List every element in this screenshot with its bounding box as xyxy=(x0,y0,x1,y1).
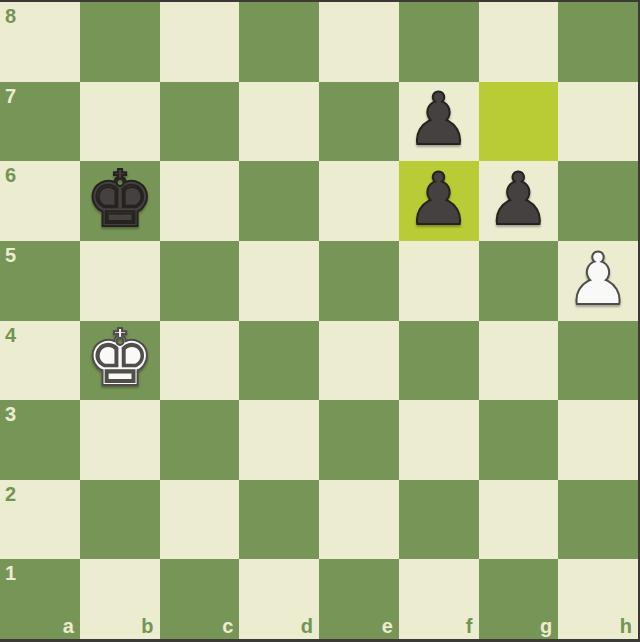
square-h8[interactable] xyxy=(558,2,638,82)
square-d4[interactable] xyxy=(239,321,319,401)
square-a7[interactable]: 7 xyxy=(0,82,80,162)
square-e1[interactable]: e xyxy=(319,559,399,639)
square-g4[interactable] xyxy=(479,321,559,401)
square-d5[interactable] xyxy=(239,241,319,321)
square-e6[interactable] xyxy=(319,161,399,241)
square-c5[interactable] xyxy=(160,241,240,321)
rank-label-8: 8 xyxy=(5,6,16,26)
square-f1[interactable]: f xyxy=(399,559,479,639)
square-d3[interactable] xyxy=(239,400,319,480)
square-a4[interactable]: 4 xyxy=(0,321,80,401)
square-f7[interactable]: ♟ xyxy=(399,82,479,162)
square-c7[interactable] xyxy=(160,82,240,162)
file-label-a: a xyxy=(63,616,74,636)
square-g6[interactable]: ♟ xyxy=(479,161,559,241)
square-h1[interactable]: h xyxy=(558,559,638,639)
square-g8[interactable] xyxy=(479,2,559,82)
square-b5[interactable] xyxy=(80,241,160,321)
file-label-h: h xyxy=(620,616,632,636)
square-d2[interactable] xyxy=(239,480,319,560)
square-a2[interactable]: 2 xyxy=(0,480,80,560)
square-e3[interactable] xyxy=(319,400,399,480)
square-e5[interactable] xyxy=(319,241,399,321)
file-label-b: b xyxy=(141,616,153,636)
file-label-d: d xyxy=(301,616,313,636)
square-a1[interactable]: 1a xyxy=(0,559,80,639)
square-b7[interactable] xyxy=(80,82,160,162)
square-d8[interactable] xyxy=(239,2,319,82)
rank-label-7: 7 xyxy=(5,86,16,106)
square-e4[interactable] xyxy=(319,321,399,401)
square-a6[interactable]: 6 xyxy=(0,161,80,241)
chess-board: 87♟6♚♟♟5♟4♚321abcdefgh xyxy=(0,2,638,639)
square-f5[interactable] xyxy=(399,241,479,321)
board-container: 87♟6♚♟♟5♟4♚321abcdefgh xyxy=(0,0,640,642)
square-h6[interactable] xyxy=(558,161,638,241)
square-f2[interactable] xyxy=(399,480,479,560)
square-c3[interactable] xyxy=(160,400,240,480)
file-label-g: g xyxy=(540,616,552,636)
black-king[interactable]: ♚ xyxy=(85,160,155,238)
rank-label-1: 1 xyxy=(5,563,16,583)
white-king[interactable]: ♚ xyxy=(85,319,155,397)
square-b2[interactable] xyxy=(80,480,160,560)
square-a8[interactable]: 8 xyxy=(0,2,80,82)
square-e2[interactable] xyxy=(319,480,399,560)
square-a5[interactable]: 5 xyxy=(0,241,80,321)
square-b3[interactable] xyxy=(80,400,160,480)
square-h2[interactable] xyxy=(558,480,638,560)
square-d6[interactable] xyxy=(239,161,319,241)
square-h4[interactable] xyxy=(558,321,638,401)
square-g1[interactable]: g xyxy=(479,559,559,639)
black-pawn[interactable]: ♟ xyxy=(486,163,551,235)
square-f8[interactable] xyxy=(399,2,479,82)
square-h5[interactable]: ♟ xyxy=(558,241,638,321)
square-c8[interactable] xyxy=(160,2,240,82)
square-g2[interactable] xyxy=(479,480,559,560)
square-c2[interactable] xyxy=(160,480,240,560)
square-f6[interactable]: ♟ xyxy=(399,161,479,241)
square-d7[interactable] xyxy=(239,82,319,162)
file-label-c: c xyxy=(222,616,233,636)
square-h7[interactable] xyxy=(558,82,638,162)
square-f4[interactable] xyxy=(399,321,479,401)
square-c4[interactable] xyxy=(160,321,240,401)
square-b4[interactable]: ♚ xyxy=(80,321,160,401)
black-pawn[interactable]: ♟ xyxy=(406,83,471,155)
square-g3[interactable] xyxy=(479,400,559,480)
square-g7[interactable] xyxy=(479,82,559,162)
square-d1[interactable]: d xyxy=(239,559,319,639)
square-e8[interactable] xyxy=(319,2,399,82)
square-b6[interactable]: ♚ xyxy=(80,161,160,241)
rank-label-3: 3 xyxy=(5,404,16,424)
square-h3[interactable] xyxy=(558,400,638,480)
square-e7[interactable] xyxy=(319,82,399,162)
rank-label-5: 5 xyxy=(5,245,16,265)
rank-label-6: 6 xyxy=(5,165,16,185)
file-label-e: e xyxy=(382,616,393,636)
square-b1[interactable]: b xyxy=(80,559,160,639)
rank-label-2: 2 xyxy=(5,484,16,504)
square-a3[interactable]: 3 xyxy=(0,400,80,480)
black-pawn[interactable]: ♟ xyxy=(406,163,471,235)
white-pawn[interactable]: ♟ xyxy=(566,243,631,315)
square-f3[interactable] xyxy=(399,400,479,480)
rank-label-4: 4 xyxy=(5,325,16,345)
square-c6[interactable] xyxy=(160,161,240,241)
square-g5[interactable] xyxy=(479,241,559,321)
square-c1[interactable]: c xyxy=(160,559,240,639)
file-label-f: f xyxy=(466,616,473,636)
square-b8[interactable] xyxy=(80,2,160,82)
